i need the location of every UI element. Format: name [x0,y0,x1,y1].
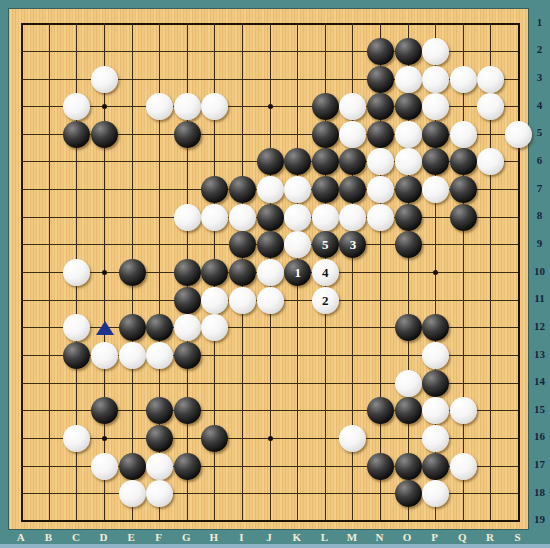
black-stone [450,148,477,175]
black-stone [422,121,449,148]
black-stone [312,176,339,203]
black-stone [257,148,284,175]
triangle-marker [96,321,114,335]
row-label-16: 16 [529,430,550,442]
black-stone [395,93,422,120]
white-stone [119,342,146,369]
black-stone [174,259,201,286]
black-stone [422,148,449,175]
black-stone [119,259,146,286]
column-label-O: O [397,531,417,543]
white-stone [284,204,311,231]
black-stone [229,231,256,258]
white-stone [174,204,201,231]
black-stone [450,204,477,231]
column-label-J: J [259,531,279,543]
white-stone [229,204,256,231]
black-stone [339,176,366,203]
row-label-12: 12 [529,320,550,332]
grid-line-vertical [518,23,520,523]
column-label-G: G [176,531,196,543]
white-stone [450,397,477,424]
white-stone [91,66,118,93]
black-stone [367,453,394,480]
black-stone [91,397,118,424]
column-label-I: I [232,531,252,543]
row-label-13: 13 [529,348,550,360]
black-stone [174,397,201,424]
black-stone [367,38,394,65]
white-stone [422,480,449,507]
white-stone [146,453,173,480]
grid-line-vertical [463,23,464,523]
white-stone [367,176,394,203]
white-stone [146,480,173,507]
black-stone [312,93,339,120]
column-label-B: B [38,531,58,543]
white-stone [367,148,394,175]
white-stone [505,121,532,148]
white-stone [422,38,449,65]
row-label-9: 9 [529,237,550,249]
black-stone [284,148,311,175]
column-label-M: M [342,531,362,543]
black-stone [422,453,449,480]
white-stone [450,453,477,480]
white-stone [422,397,449,424]
black-stone [63,121,90,148]
white-stone [339,204,366,231]
black-stone [395,397,422,424]
row-label-5: 5 [529,126,550,138]
window-bottom-strip [0,544,550,548]
white-stone [146,342,173,369]
white-stone [201,204,228,231]
go-game-window: 12345 ABCDEFGHIJKLMNOPQRS123456789101112… [0,0,550,548]
black-stone [91,121,118,148]
black-stone [422,314,449,341]
white-stone [257,287,284,314]
black-stone [257,204,284,231]
black-stone [174,121,201,148]
white-stone [63,425,90,452]
column-label-P: P [425,531,445,543]
black-stone [395,231,422,258]
black-stone [201,176,228,203]
row-label-8: 8 [529,209,550,221]
white-stone [477,93,504,120]
white-stone [174,93,201,120]
white-stone [422,66,449,93]
white-stone [422,342,449,369]
white-stone [257,176,284,203]
white-stone [146,93,173,120]
white-stone [395,121,422,148]
star-point [433,270,438,275]
white-stone [229,287,256,314]
black-stone [229,176,256,203]
black-stone [174,453,201,480]
row-label-4: 4 [529,99,550,111]
black-stone [395,453,422,480]
black-stone [395,176,422,203]
white-stone [312,204,339,231]
black-stone [367,121,394,148]
star-point [102,104,107,109]
black-stone [395,480,422,507]
column-label-A: A [11,531,31,543]
white-stone [284,176,311,203]
star-point [268,436,273,441]
white-stone [201,93,228,120]
white-stone [367,204,394,231]
black-stone [395,314,422,341]
move-number-label: 3 [339,231,366,258]
black-stone [422,370,449,397]
black-stone [146,314,173,341]
black-stone [450,176,477,203]
black-stone [367,93,394,120]
white-stone [91,453,118,480]
black-stone [146,425,173,452]
star-point [268,104,273,109]
black-stone [312,121,339,148]
white-stone [63,259,90,286]
black-stone [146,397,173,424]
black-stone [119,453,146,480]
column-label-R: R [480,531,500,543]
move-number-label: 4 [312,259,339,286]
black-stone [257,231,284,258]
white-stone [63,93,90,120]
white-stone [63,314,90,341]
white-stone [91,342,118,369]
black-stone [174,342,201,369]
move-number-label: 1 [284,259,311,286]
column-label-N: N [370,531,390,543]
column-label-F: F [149,531,169,543]
row-label-2: 2 [529,43,550,55]
black-stone [367,66,394,93]
black-stone [395,38,422,65]
black-stone [312,148,339,175]
black-stone [201,425,228,452]
column-label-C: C [66,531,86,543]
go-board[interactable]: 12345 [8,8,529,530]
black-stone [395,204,422,231]
black-stone [174,287,201,314]
black-stone [367,397,394,424]
white-stone [339,121,366,148]
black-stone [201,259,228,286]
row-label-10: 10 [529,265,550,277]
column-label-H: H [204,531,224,543]
column-label-Q: Q [452,531,472,543]
white-stone [284,231,311,258]
white-stone [119,480,146,507]
row-label-14: 14 [529,375,550,387]
row-label-6: 6 [529,154,550,166]
white-stone [174,314,201,341]
move-number-label: 5 [312,231,339,258]
white-stone [422,176,449,203]
row-label-11: 11 [529,292,550,304]
column-label-S: S [508,531,528,543]
black-stone [339,148,366,175]
white-stone [339,425,366,452]
black-stone [63,342,90,369]
white-stone [395,370,422,397]
white-stone [201,287,228,314]
move-number-label: 2 [312,287,339,314]
black-stone [119,314,146,341]
white-stone [450,66,477,93]
row-label-1: 1 [529,16,550,28]
row-label-15: 15 [529,403,550,415]
white-stone [395,66,422,93]
row-label-7: 7 [529,182,550,194]
white-stone [450,121,477,148]
white-stone [257,259,284,286]
black-stone [229,259,256,286]
white-stone [339,93,366,120]
column-label-K: K [287,531,307,543]
star-point [102,436,107,441]
white-stone [422,425,449,452]
star-point [102,270,107,275]
row-label-18: 18 [529,486,550,498]
white-stone [477,148,504,175]
row-label-3: 3 [529,71,550,83]
white-stone [201,314,228,341]
column-label-D: D [94,531,114,543]
white-stone [477,66,504,93]
column-label-L: L [314,531,334,543]
row-label-19: 19 [529,513,550,525]
column-label-E: E [121,531,141,543]
grid-line-horizontal [21,520,520,522]
white-stone [422,93,449,120]
white-stone [395,148,422,175]
row-label-17: 17 [529,458,550,470]
